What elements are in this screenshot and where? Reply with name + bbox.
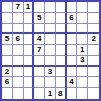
- sudoku-cell-r8c3[interactable]: [24, 77, 35, 88]
- sudoku-cell-r8c2[interactable]: [13, 77, 24, 88]
- sudoku-cell-r3c1[interactable]: [2, 24, 13, 35]
- sudoku-cell-r9c5[interactable]: 1: [45, 88, 56, 99]
- sudoku-cell-r8c9[interactable]: [88, 77, 99, 88]
- sudoku-cell-r4c6[interactable]: [56, 34, 67, 45]
- sudoku-cell-r2c2[interactable]: [13, 13, 24, 24]
- given-digit: 4: [69, 78, 73, 86]
- sudoku-cell-r4c3[interactable]: [24, 34, 35, 45]
- sudoku-cell-r4c5[interactable]: [45, 34, 56, 45]
- sudoku-cell-r7c8[interactable]: [77, 67, 88, 78]
- sudoku-cell-r9c8[interactable]: [77, 88, 88, 99]
- sudoku-cell-r4c7[interactable]: [67, 34, 78, 45]
- sudoku-cell-r4c9[interactable]: 2: [88, 34, 99, 45]
- sudoku-cell-r5c4[interactable]: 7: [34, 45, 45, 56]
- sudoku-cell-r7c9[interactable]: [88, 67, 99, 78]
- sudoku-cell-r2c8[interactable]: [77, 13, 88, 24]
- sudoku-cell-r5c6[interactable]: [56, 45, 67, 56]
- sudoku-cell-r1c3[interactable]: 1: [24, 2, 35, 13]
- given-digit: 6: [5, 78, 9, 86]
- sudoku-cell-r2c5[interactable]: [45, 13, 56, 24]
- given-digit: 6: [15, 35, 19, 43]
- sudoku-cell-r2c9[interactable]: [88, 13, 99, 24]
- sudoku-cell-r9c1[interactable]: [2, 88, 13, 99]
- sudoku-cell-r7c7[interactable]: [67, 67, 78, 78]
- given-digit: 5: [37, 14, 41, 22]
- sudoku-cell-r1c8[interactable]: [77, 2, 88, 13]
- sudoku-cell-r3c6[interactable]: [56, 24, 67, 35]
- sudoku-cell-r3c7[interactable]: [67, 24, 78, 35]
- sudoku-cell-r6c8[interactable]: 3: [77, 56, 88, 67]
- sudoku-cell-r3c4[interactable]: [34, 24, 45, 35]
- sudoku-cell-r5c5[interactable]: [45, 45, 56, 56]
- sudoku-cell-r8c5[interactable]: [45, 77, 56, 88]
- sudoku-cell-r8c4[interactable]: [34, 77, 45, 88]
- sudoku-cell-r8c7[interactable]: 4: [67, 77, 78, 88]
- sudoku-cell-r6c2[interactable]: [13, 56, 24, 67]
- sudoku-cell-r6c9[interactable]: [88, 56, 99, 67]
- sudoku-cell-r9c7[interactable]: [67, 88, 78, 99]
- sudoku-board: 71565642713236418: [0, 0, 101, 101]
- sudoku-cell-r9c6[interactable]: 8: [56, 88, 67, 99]
- given-digit: 1: [26, 3, 30, 11]
- sudoku-cell-r8c8[interactable]: [77, 77, 88, 88]
- sudoku-cell-r1c5[interactable]: [45, 2, 56, 13]
- given-digit: 1: [80, 46, 84, 54]
- sudoku-cell-r2c4[interactable]: 5: [34, 13, 45, 24]
- sudoku-cell-r4c4[interactable]: 4: [34, 34, 45, 45]
- sudoku-cell-r3c2[interactable]: [13, 24, 24, 35]
- sudoku-cell-r6c3[interactable]: [24, 56, 35, 67]
- sudoku-cell-r1c6[interactable]: [56, 2, 67, 13]
- sudoku-cell-r4c2[interactable]: 6: [13, 34, 24, 45]
- given-digit: 6: [69, 14, 73, 22]
- given-digit: 2: [91, 35, 95, 43]
- sudoku-cell-r2c1[interactable]: [2, 13, 13, 24]
- sudoku-cell-r7c1[interactable]: 2: [2, 67, 13, 78]
- sudoku-cell-r1c4[interactable]: [34, 2, 45, 13]
- sudoku-cell-r8c6[interactable]: [56, 77, 67, 88]
- sudoku-cell-r2c7[interactable]: 6: [67, 13, 78, 24]
- sudoku-cell-r4c1[interactable]: 5: [2, 34, 13, 45]
- sudoku-cell-r7c5[interactable]: 3: [45, 67, 56, 78]
- sudoku-cell-r3c3[interactable]: [24, 24, 35, 35]
- sudoku-cell-r9c2[interactable]: [13, 88, 24, 99]
- sudoku-cell-r5c7[interactable]: [67, 45, 78, 56]
- sudoku-cell-r5c9[interactable]: [88, 45, 99, 56]
- given-digit: 8: [58, 90, 62, 98]
- sudoku-cell-r5c3[interactable]: [24, 45, 35, 56]
- sudoku-cell-r5c8[interactable]: 1: [77, 45, 88, 56]
- sudoku-cell-r1c1[interactable]: [2, 2, 13, 13]
- sudoku-cell-r3c5[interactable]: [45, 24, 56, 35]
- sudoku-cell-r6c7[interactable]: [67, 56, 78, 67]
- sudoku-cell-r9c4[interactable]: [34, 88, 45, 99]
- sudoku-cell-r9c9[interactable]: [88, 88, 99, 99]
- sudoku-cell-r3c9[interactable]: [88, 24, 99, 35]
- given-digit: 2: [5, 68, 9, 76]
- sudoku-cell-r7c2[interactable]: [13, 67, 24, 78]
- sudoku-cell-r7c4[interactable]: [34, 67, 45, 78]
- sudoku-cell-r5c1[interactable]: [2, 45, 13, 56]
- sudoku-cell-r2c6[interactable]: [56, 13, 67, 24]
- sudoku-cell-r1c7[interactable]: [67, 2, 78, 13]
- sudoku-cell-r6c1[interactable]: [2, 56, 13, 67]
- given-digit: 7: [37, 46, 41, 54]
- sudoku-cell-r2c3[interactable]: [24, 13, 35, 24]
- sudoku-cell-r5c2[interactable]: [13, 45, 24, 56]
- given-digit: 3: [48, 68, 52, 76]
- sudoku-cell-r1c9[interactable]: [88, 2, 99, 13]
- sudoku-cell-r8c1[interactable]: 6: [2, 77, 13, 88]
- sudoku-cell-r7c6[interactable]: [56, 67, 67, 78]
- sudoku-cell-r4c8[interactable]: [77, 34, 88, 45]
- sudoku-cell-r6c6[interactable]: [56, 56, 67, 67]
- sudoku-cell-r3c8[interactable]: [77, 24, 88, 35]
- sudoku-cell-r6c4[interactable]: [34, 56, 45, 67]
- given-digit: 1: [48, 90, 52, 98]
- given-digit: 3: [80, 56, 84, 64]
- sudoku-cell-r1c2[interactable]: 7: [13, 2, 24, 13]
- sudoku-cell-r9c3[interactable]: [24, 88, 35, 99]
- given-digit: 7: [15, 3, 19, 11]
- given-digit: 4: [37, 35, 41, 43]
- sudoku-cell-r7c3[interactable]: [24, 67, 35, 78]
- given-digit: 5: [5, 35, 9, 43]
- sudoku-cell-r6c5[interactable]: [45, 56, 56, 67]
